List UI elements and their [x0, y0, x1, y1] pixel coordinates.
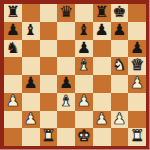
square-h2[interactable] [128, 111, 146, 129]
square-g3[interactable] [111, 93, 129, 111]
square-d6[interactable] [57, 40, 75, 58]
square-b4[interactable]: ♟ [22, 75, 40, 93]
square-g4[interactable] [111, 75, 129, 93]
square-h7[interactable] [128, 22, 146, 40]
square-g6[interactable] [111, 40, 129, 58]
square-f1[interactable] [93, 128, 111, 146]
square-b5[interactable] [22, 57, 40, 75]
white-bishop-d3[interactable]: ♝ [59, 93, 73, 109]
square-b7[interactable]: ♝ [22, 22, 40, 40]
square-c2[interactable] [40, 111, 58, 129]
black-bishop-b7[interactable]: ♝ [24, 22, 38, 38]
square-h5[interactable]: ♛ [128, 57, 146, 75]
square-e3[interactable]: ♟ [75, 93, 93, 111]
black-rook-f8[interactable]: ♜ [95, 5, 109, 21]
square-a2[interactable] [4, 111, 22, 129]
white-pawn-f2[interactable]: ♟ [95, 111, 109, 127]
square-g8[interactable]: ♚ [111, 4, 129, 22]
black-pawn-e6[interactable]: ♟ [77, 40, 91, 56]
square-b2[interactable]: ♟ [22, 111, 40, 129]
square-g2[interactable]: ♟ [111, 111, 129, 129]
white-queen-h5[interactable]: ♛ [130, 58, 144, 74]
square-h1[interactable]: ♜ [128, 128, 146, 146]
white-pawn-b2[interactable]: ♟ [24, 111, 38, 127]
square-c6[interactable] [40, 40, 58, 58]
square-a6[interactable]: ♞ [4, 40, 22, 58]
square-d8[interactable]: ♛ [57, 4, 75, 22]
square-h8[interactable] [128, 4, 146, 22]
square-d4[interactable]: ♟ [57, 75, 75, 93]
white-king-e1[interactable]: ♚ [77, 129, 91, 145]
white-pawn-e3[interactable]: ♟ [77, 93, 91, 109]
white-knight-g5[interactable]: ♞ [112, 58, 126, 74]
square-a4[interactable] [4, 75, 22, 93]
white-pawn-g2[interactable]: ♟ [112, 111, 126, 127]
square-c3[interactable] [40, 93, 58, 111]
square-d2[interactable] [57, 111, 75, 129]
square-a3[interactable]: ♟ [4, 93, 22, 111]
black-rook-a8[interactable]: ♜ [6, 5, 20, 21]
square-a1[interactable] [4, 128, 22, 146]
black-queen-d8[interactable]: ♛ [59, 5, 73, 21]
white-pawn-h4[interactable]: ♟ [130, 76, 144, 92]
square-b3[interactable] [22, 93, 40, 111]
square-a5[interactable] [4, 57, 22, 75]
square-e5[interactable]: ♝ [75, 57, 93, 75]
square-e7[interactable]: ♝ [75, 22, 93, 40]
black-pawn-h6[interactable]: ♟ [130, 40, 144, 56]
square-b6[interactable] [22, 40, 40, 58]
black-king-g8[interactable]: ♚ [112, 5, 126, 21]
square-c4[interactable] [40, 75, 58, 93]
black-pawn-g7[interactable]: ♟ [112, 22, 126, 38]
black-pawn-b4[interactable]: ♟ [24, 76, 38, 92]
square-b1[interactable] [22, 128, 40, 146]
black-pawn-a7[interactable]: ♟ [6, 22, 20, 38]
square-f8[interactable]: ♜ [93, 4, 111, 22]
square-f6[interactable] [93, 40, 111, 58]
square-b8[interactable] [22, 4, 40, 22]
white-pawn-a3[interactable]: ♟ [6, 93, 20, 109]
square-e2[interactable] [75, 111, 93, 129]
square-g7[interactable]: ♟ [111, 22, 129, 40]
black-bishop-e7[interactable]: ♝ [77, 22, 91, 38]
square-c7[interactable] [40, 22, 58, 40]
chess-board: ♜♛♜♚♟♝♝♟♟♞♟♟♝♞♛♟♟♟♟♝♟♟♟♟♜♚♜ [4, 4, 146, 146]
square-e6[interactable]: ♟ [75, 40, 93, 58]
square-c5[interactable] [40, 57, 58, 75]
white-rook-c1[interactable]: ♜ [41, 129, 55, 145]
square-a8[interactable]: ♜ [4, 4, 22, 22]
white-rook-h1[interactable]: ♜ [130, 129, 144, 145]
square-d7[interactable] [57, 22, 75, 40]
black-pawn-f7[interactable]: ♟ [95, 22, 109, 38]
black-knight-a6[interactable]: ♞ [6, 40, 20, 56]
square-h6[interactable]: ♟ [128, 40, 146, 58]
square-e8[interactable] [75, 4, 93, 22]
black-pawn-d4[interactable]: ♟ [59, 76, 73, 92]
square-d5[interactable] [57, 57, 75, 75]
square-h3[interactable] [128, 93, 146, 111]
square-e1[interactable]: ♚ [75, 128, 93, 146]
board-frame: ♜♛♜♚♟♝♝♟♟♞♟♟♝♞♛♟♟♟♟♝♟♟♟♟♜♚♜ [0, 0, 150, 150]
square-g5[interactable]: ♞ [111, 57, 129, 75]
square-h4[interactable]: ♟ [128, 75, 146, 93]
square-f3[interactable] [93, 93, 111, 111]
square-a7[interactable]: ♟ [4, 22, 22, 40]
white-bishop-e5[interactable]: ♝ [77, 58, 91, 74]
square-g1[interactable] [111, 128, 129, 146]
square-c8[interactable] [40, 4, 58, 22]
square-f7[interactable]: ♟ [93, 22, 111, 40]
square-f4[interactable] [93, 75, 111, 93]
square-c1[interactable]: ♜ [40, 128, 58, 146]
square-f2[interactable]: ♟ [93, 111, 111, 129]
square-d1[interactable] [57, 128, 75, 146]
square-f5[interactable] [93, 57, 111, 75]
square-e4[interactable] [75, 75, 93, 93]
square-d3[interactable]: ♝ [57, 93, 75, 111]
